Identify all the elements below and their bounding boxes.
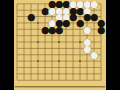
empty-intersection[interactable] [42,77,49,83]
empty-intersection[interactable] [70,77,77,83]
go-board[interactable]: ●●●●●●●●●●●●●●●●●●●●●●●●●●●●●●●●● [14,0,106,90]
screenshot-stage: ●●●●●●●●●●●●●●●●●●●●●●●●●●●●●●●●● [0,0,120,90]
empty-intersection[interactable] [91,77,98,83]
empty-intersection[interactable] [28,77,35,83]
empty-intersection[interactable] [77,77,84,83]
empty-intersection[interactable] [84,77,91,83]
empty-intersection[interactable] [14,77,21,83]
letterbox-right [106,0,120,90]
empty-intersection[interactable] [98,77,105,83]
empty-intersection[interactable] [63,77,70,83]
empty-intersection[interactable] [56,77,63,83]
board-intersections: ●●●●●●●●●●●●●●●●●●●●●●●●●●●●●●●●● [14,1,105,84]
empty-intersection[interactable] [49,77,56,83]
empty-intersection[interactable] [21,77,28,83]
empty-intersection[interactable] [35,77,42,83]
letterbox-left [0,0,14,90]
